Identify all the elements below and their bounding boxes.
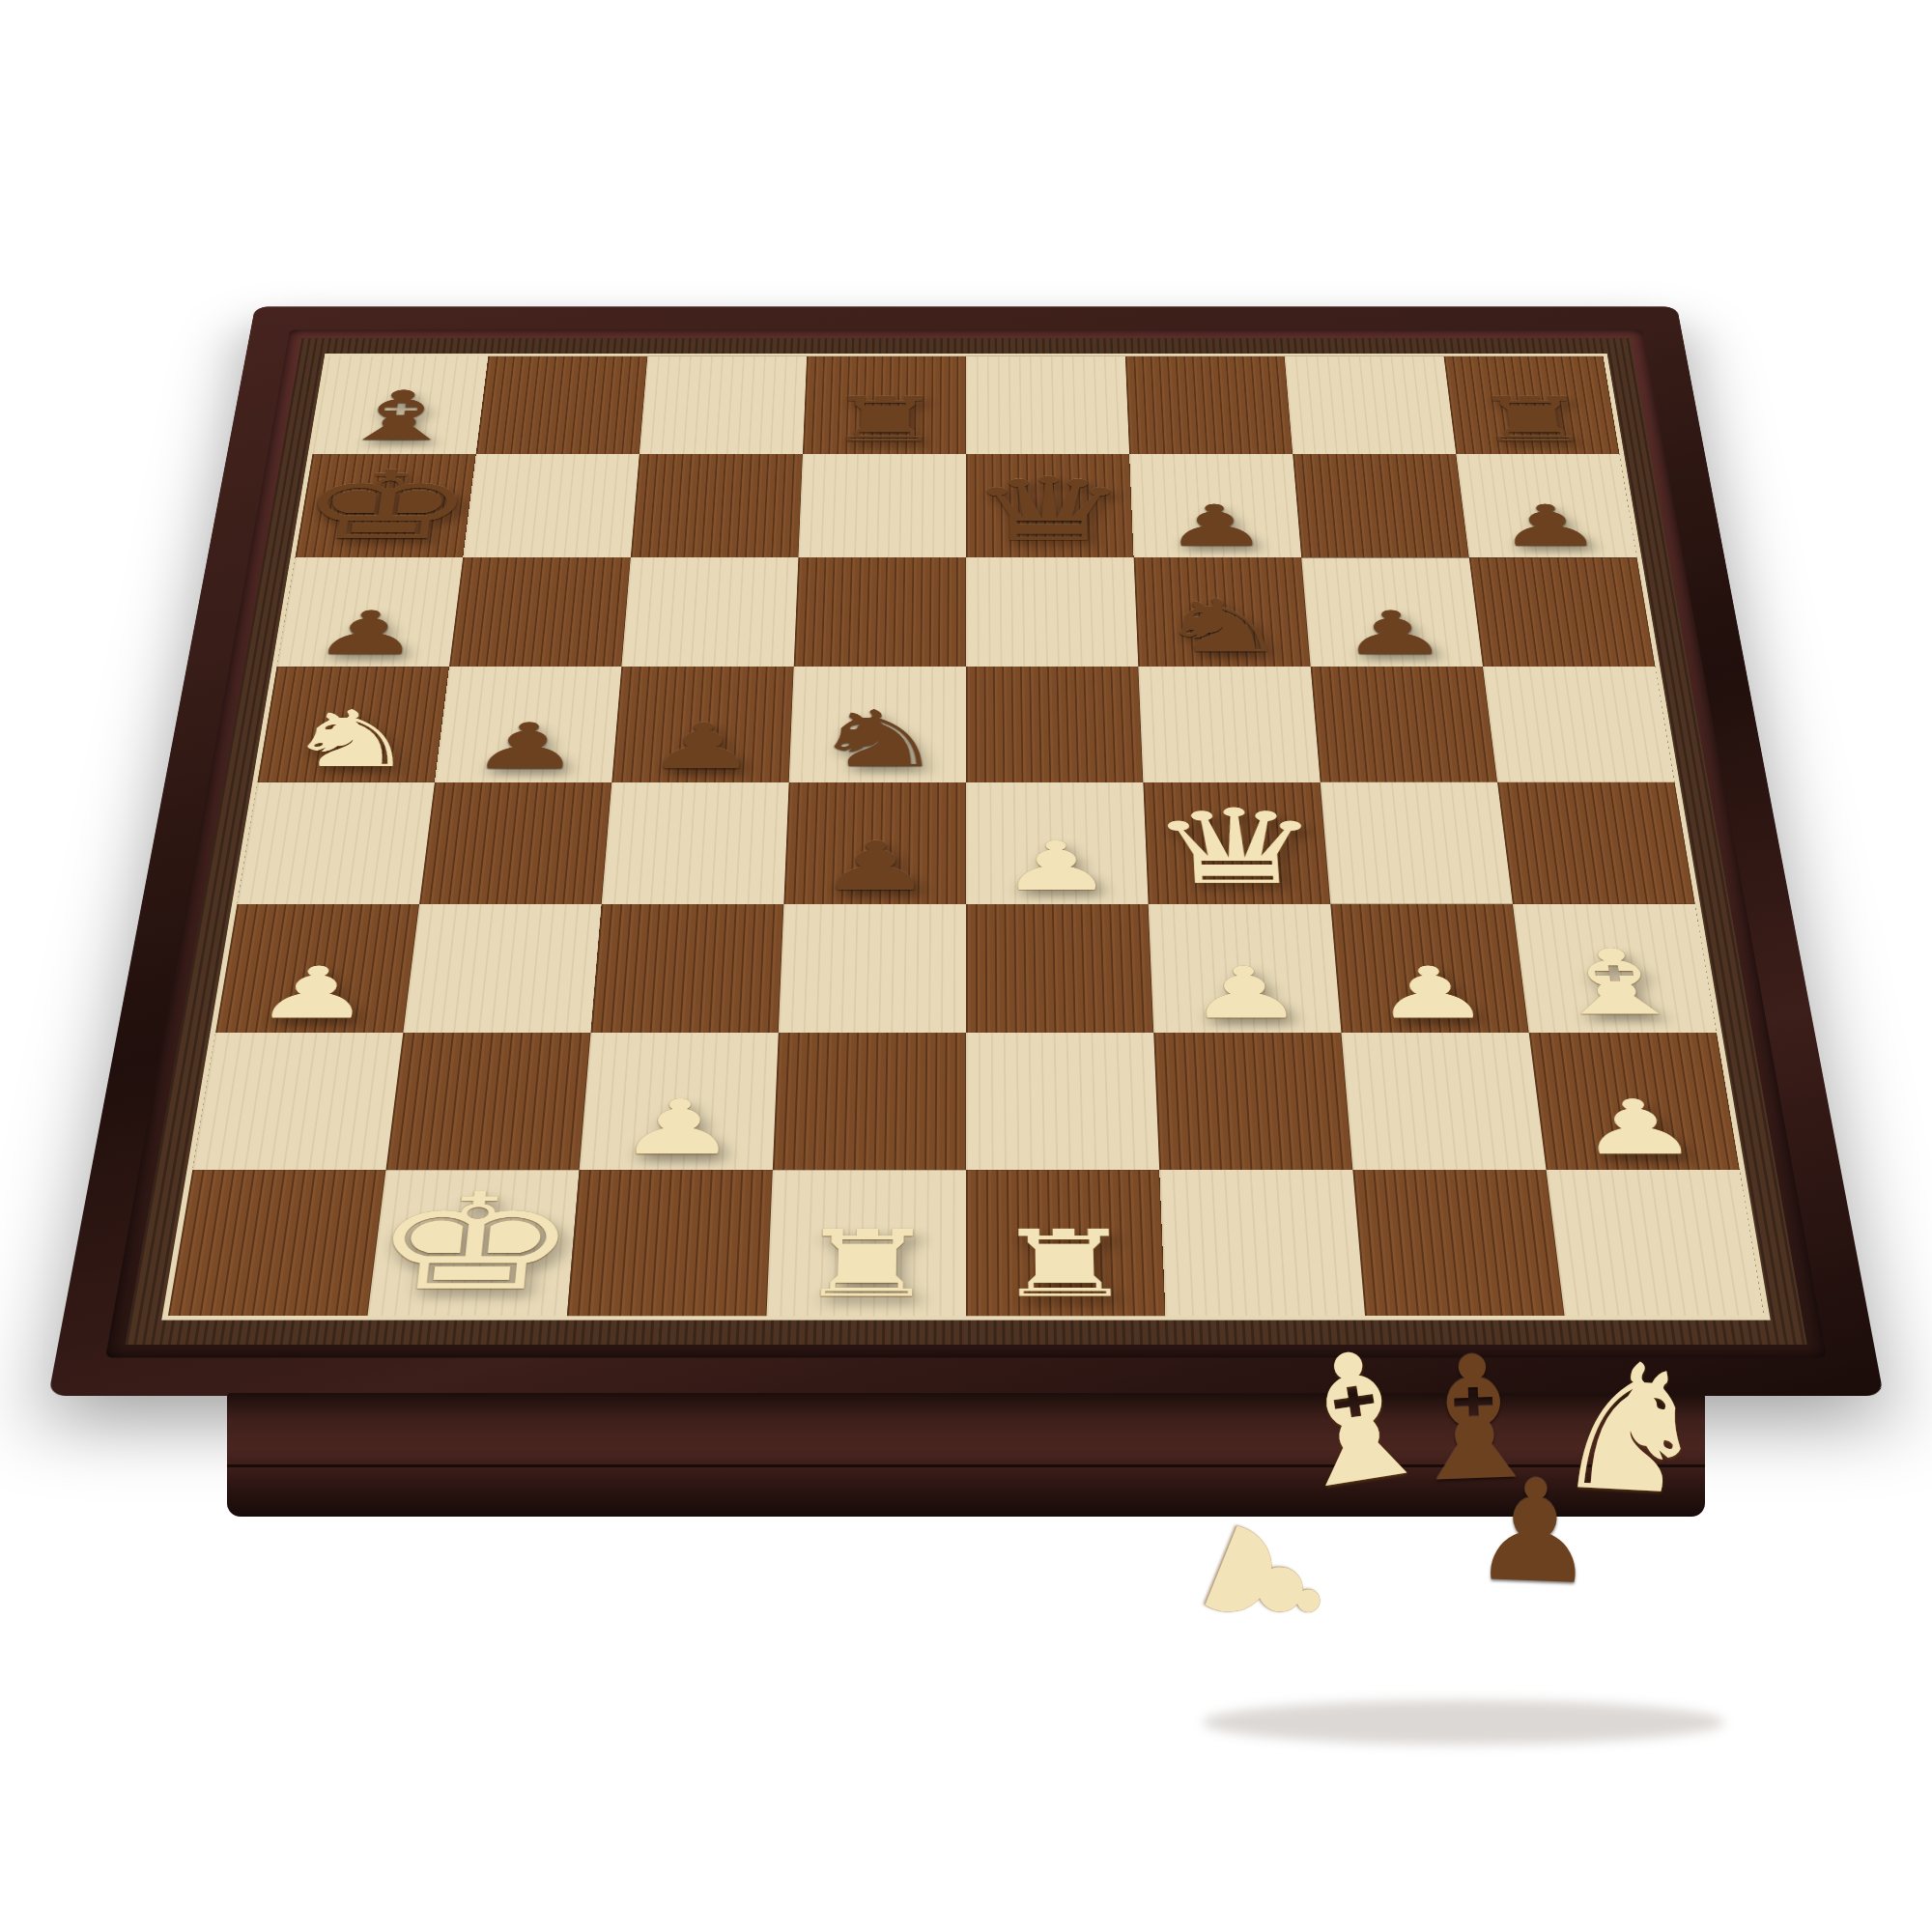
- square-h7[interactable]: ♟: [1456, 454, 1636, 557]
- white-pawn-a3[interactable]: ♟: [250, 957, 380, 1029]
- black-knight-f6[interactable]: ♞: [1153, 589, 1292, 663]
- square-g5[interactable]: [1311, 667, 1497, 781]
- white-pawn-e4[interactable]: ♟: [998, 833, 1115, 900]
- square-g3[interactable]: ♟: [1330, 904, 1528, 1034]
- square-c6[interactable]: [621, 557, 798, 667]
- white-bishop-h3[interactable]: ♝: [1534, 938, 1698, 1028]
- black-pawn-a6[interactable]: ♟: [308, 603, 426, 663]
- square-e5[interactable]: [966, 667, 1143, 781]
- square-h4[interactable]: [1497, 782, 1695, 904]
- square-c8[interactable]: [639, 356, 807, 455]
- black-pawn-c5[interactable]: ♟: [644, 715, 761, 779]
- square-b7[interactable]: [463, 454, 639, 557]
- square-c1[interactable]: [567, 1170, 773, 1316]
- black-pawn-g6[interactable]: ♟: [1336, 603, 1452, 663]
- white-pawn-c2[interactable]: ♟: [614, 1090, 742, 1166]
- square-h2[interactable]: ♟: [1529, 1033, 1740, 1170]
- white-knight-a5[interactable]: ♞: [277, 700, 426, 779]
- square-h3[interactable]: ♝: [1513, 904, 1717, 1034]
- square-a3[interactable]: ♟: [215, 904, 419, 1034]
- square-g2[interactable]: [1341, 1033, 1546, 1170]
- square-c2[interactable]: ♟: [580, 1033, 779, 1170]
- square-a2[interactable]: [192, 1033, 403, 1170]
- square-e2[interactable]: [966, 1033, 1159, 1170]
- black-king-a7[interactable]: ♚: [290, 458, 482, 553]
- white-king-b1[interactable]: ♚: [360, 1176, 585, 1310]
- square-b6[interactable]: [449, 557, 631, 667]
- square-a8[interactable]: ♝: [313, 356, 489, 455]
- photo-stage: ♝♜♜♚♛♟♟♟♞♟♞♟♟♞♟♟♛♟♟♟♝♟♟♚♜♜ ♟♝♝♟♞: [0, 0, 1932, 1932]
- wooden-box-frame: ♝♜♜♚♛♟♟♟♞♟♞♟♟♞♟♟♛♟♟♟♝♟♟♚♜♜: [48, 306, 1884, 1396]
- square-a5[interactable]: ♞: [258, 667, 449, 781]
- square-h8[interactable]: ♜: [1444, 356, 1620, 455]
- black-pawn-h7[interactable]: ♟: [1492, 497, 1606, 554]
- square-a7[interactable]: ♚: [296, 454, 476, 557]
- black-knight-d5[interactable]: ♞: [808, 700, 947, 779]
- white-rook-d1[interactable]: ♜: [793, 1218, 940, 1311]
- square-e7[interactable]: ♛: [966, 454, 1134, 557]
- square-b2[interactable]: [385, 1033, 590, 1170]
- square-h5[interactable]: [1483, 667, 1674, 781]
- square-d5[interactable]: ♞: [789, 667, 966, 781]
- square-c5[interactable]: ♟: [611, 667, 793, 781]
- square-g8[interactable]: [1285, 356, 1457, 455]
- square-e3[interactable]: [966, 904, 1153, 1034]
- white-pawn-h2[interactable]: ♟: [1570, 1090, 1704, 1166]
- square-f6[interactable]: ♞: [1134, 557, 1311, 667]
- white-rook-e1[interactable]: ♜: [992, 1218, 1139, 1311]
- black-pawn-f7[interactable]: ♟: [1161, 497, 1271, 554]
- square-f7[interactable]: ♟: [1129, 454, 1301, 557]
- white-pawn-g3[interactable]: ♟: [1368, 957, 1494, 1029]
- square-b1[interactable]: ♚: [367, 1170, 579, 1316]
- square-f5[interactable]: [1138, 667, 1320, 781]
- black-queen-e7[interactable]: ♛: [967, 466, 1133, 554]
- square-d4[interactable]: ♟: [783, 782, 966, 904]
- white-pawn-f3[interactable]: ♟: [1183, 957, 1307, 1029]
- square-f2[interactable]: [1153, 1033, 1352, 1170]
- square-e4[interactable]: ♟: [966, 782, 1149, 904]
- black-bishop-a8[interactable]: ♝: [328, 383, 469, 451]
- square-d6[interactable]: [794, 557, 966, 667]
- square-f3[interactable]: ♟: [1149, 904, 1342, 1034]
- square-g1[interactable]: [1352, 1170, 1564, 1316]
- square-c4[interactable]: [602, 782, 789, 904]
- square-c3[interactable]: [591, 904, 784, 1034]
- square-f1[interactable]: [1159, 1170, 1365, 1316]
- captured-shadow: [1203, 1700, 1724, 1745]
- square-e8[interactable]: [966, 356, 1129, 455]
- black-pawn-b5[interactable]: ♟: [467, 715, 585, 779]
- square-g6[interactable]: ♟: [1301, 557, 1483, 667]
- black-rook-d8[interactable]: ♜: [824, 388, 944, 450]
- square-g7[interactable]: [1293, 454, 1469, 557]
- square-a4[interactable]: [237, 782, 435, 904]
- chess-board-3d: ♝♜♜♚♛♟♟♟♞♟♞♟♟♞♟♟♛♟♟♟♝♟♟♚♜♜: [48, 306, 1884, 1396]
- white-queen-f4[interactable]: ♛: [1145, 796, 1329, 899]
- square-b4[interactable]: [419, 782, 611, 904]
- black-pawn-d4[interactable]: ♟: [816, 833, 933, 900]
- square-d1[interactable]: ♜: [766, 1170, 966, 1316]
- square-d3[interactable]: [779, 904, 966, 1034]
- black-rook-h8[interactable]: ♜: [1469, 388, 1598, 450]
- square-h1[interactable]: [1547, 1170, 1765, 1316]
- square-f4[interactable]: ♛: [1143, 782, 1330, 904]
- square-a6[interactable]: ♟: [277, 557, 464, 667]
- square-h6[interactable]: [1469, 557, 1656, 667]
- chess-grid: ♝♜♜♚♛♟♟♟♞♟♞♟♟♞♟♟♛♟♟♟♝♟♟♚♜♜: [161, 354, 1770, 1321]
- captured-pieces-tray: ♟♝♝♟♞: [1164, 1314, 1782, 1777]
- square-d7[interactable]: [798, 454, 966, 557]
- square-b5[interactable]: ♟: [435, 667, 621, 781]
- square-c7[interactable]: [631, 454, 803, 557]
- square-a1[interactable]: [168, 1170, 386, 1316]
- square-e6[interactable]: [966, 557, 1138, 667]
- square-d8[interactable]: ♜: [803, 356, 966, 455]
- square-d2[interactable]: [773, 1033, 966, 1170]
- captured-white-knight[interactable]: ♞: [1548, 1337, 1714, 1520]
- square-g4[interactable]: [1321, 782, 1513, 904]
- square-e1[interactable]: ♜: [966, 1170, 1166, 1316]
- square-b8[interactable]: [476, 356, 648, 455]
- square-f8[interactable]: [1125, 356, 1293, 455]
- square-b3[interactable]: [403, 904, 601, 1034]
